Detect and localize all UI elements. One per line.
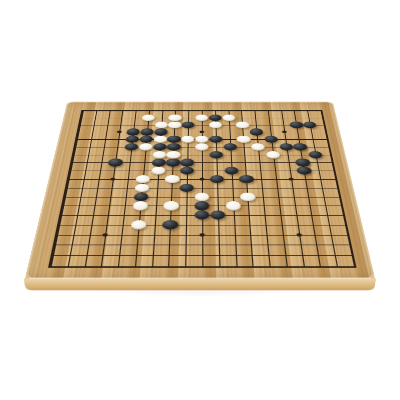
- white-stone: [164, 201, 179, 210]
- go-board: [25, 102, 375, 279]
- board-front-edge: [24, 278, 376, 290]
- black-stone: [153, 143, 167, 150]
- black-stone: [290, 121, 304, 128]
- white-stone: [195, 192, 210, 201]
- black-stone: [180, 159, 194, 167]
- black-stone: [180, 167, 194, 175]
- star-point: [199, 233, 204, 236]
- black-stone: [180, 184, 195, 192]
- black-stone: [210, 175, 224, 183]
- black-stone: [140, 128, 154, 135]
- board-surface: [25, 102, 375, 279]
- white-stone: [165, 175, 180, 183]
- white-stone: [166, 151, 180, 159]
- black-stone: [133, 192, 148, 201]
- star-point: [200, 131, 205, 133]
- black-stone: [166, 159, 180, 167]
- white-stone: [236, 121, 249, 128]
- black-stone: [163, 220, 179, 229]
- white-stone: [154, 121, 167, 128]
- black-stone: [124, 143, 138, 150]
- white-stone: [134, 184, 149, 192]
- black-stone: [195, 201, 210, 210]
- black-stone: [308, 151, 323, 159]
- black-stone: [195, 211, 210, 220]
- black-stone: [210, 211, 225, 220]
- star-point: [288, 178, 293, 181]
- white-stone: [240, 192, 255, 201]
- white-stone: [266, 151, 281, 159]
- black-stone: [209, 114, 222, 121]
- black-stone: [239, 175, 254, 183]
- white-stone: [132, 201, 148, 210]
- white-stone: [195, 114, 208, 121]
- black-stone: [295, 159, 310, 167]
- black-stone: [303, 121, 317, 128]
- star-point: [282, 131, 287, 133]
- black-stone: [224, 167, 238, 175]
- white-stone: [151, 167, 166, 175]
- white-stone: [168, 114, 181, 121]
- white-stone: [251, 143, 265, 150]
- star-point: [199, 178, 204, 181]
- star-point: [103, 233, 109, 236]
- black-stone: [209, 151, 223, 159]
- black-stone: [167, 143, 181, 150]
- black-stone: [250, 128, 264, 135]
- white-stone: [237, 136, 251, 143]
- black-stone: [126, 128, 140, 135]
- black-stone: [209, 136, 223, 143]
- product-photo: [0, 0, 400, 400]
- black-stone: [151, 159, 165, 167]
- white-stone: [181, 136, 194, 143]
- grid-lines: [48, 110, 356, 268]
- black-stone: [264, 136, 278, 143]
- black-stone: [182, 121, 195, 128]
- black-stone: [167, 136, 181, 143]
- white-stone: [222, 114, 235, 121]
- black-stone: [293, 143, 308, 150]
- white-stone: [209, 121, 222, 128]
- star-point: [117, 131, 122, 133]
- star-point: [110, 178, 115, 181]
- white-stone: [152, 151, 166, 159]
- black-stone: [297, 167, 312, 175]
- white-stone: [195, 143, 209, 150]
- black-stone: [154, 128, 168, 135]
- black-stone: [125, 136, 139, 143]
- white-stone: [142, 114, 155, 121]
- white-stone: [195, 136, 208, 143]
- star-point: [296, 233, 302, 236]
- black-stone: [139, 136, 153, 143]
- black-stone: [279, 143, 294, 150]
- black-stone: [223, 143, 237, 150]
- white-stone: [225, 201, 240, 210]
- white-stone: [131, 220, 147, 229]
- white-stone: [168, 121, 181, 128]
- white-stone: [139, 143, 153, 150]
- black-stone: [108, 159, 123, 167]
- white-stone: [135, 175, 150, 183]
- white-stone: [153, 136, 167, 143]
